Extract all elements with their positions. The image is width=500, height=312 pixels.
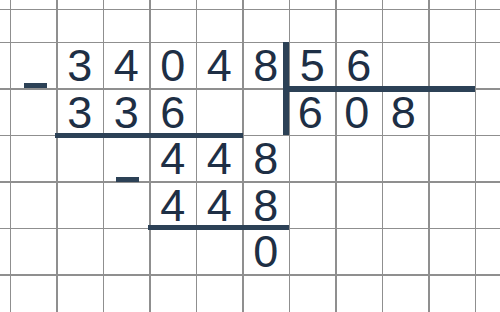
product2-digit-2: 4: [196, 182, 243, 229]
minus-sign-second-subtraction: [116, 177, 139, 182]
difference1-digit-1: 4: [150, 135, 197, 182]
dividend-digit-1: 3: [57, 42, 104, 89]
remainder-digit: 0: [243, 228, 290, 275]
difference1-digit-3: 8: [243, 135, 290, 182]
dividend-digit-2: 4: [103, 42, 150, 89]
subtraction-rule-under-336: [55, 133, 244, 139]
quotient-digit-3: 8: [380, 89, 427, 136]
quotient-digit-1: 6: [287, 89, 334, 136]
subtraction-rule-under-448: [148, 225, 289, 231]
minus-sign-first-subtraction: [24, 83, 47, 88]
divisor-digit-2: 6: [336, 42, 383, 89]
product2-digit-1: 4: [150, 182, 197, 229]
divisor-digit-1: 5: [289, 42, 336, 89]
product1-digit-3: 6: [150, 89, 197, 136]
product2-digit-3: 8: [243, 182, 290, 229]
squared-paper-worksheet: 3 4 0 4 8 5 6 3 3 6 6 0 8 4 4 8 4 4 8 0: [0, 0, 500, 312]
dividend-digit-4: 4: [196, 42, 243, 89]
dividend-digit-3: 0: [150, 42, 197, 89]
division-bracket-horizontal-bar: [283, 86, 475, 92]
difference1-digit-2: 4: [196, 135, 243, 182]
product1-digit-2: 3: [103, 89, 150, 136]
product1-digit-1: 3: [57, 89, 104, 136]
quotient-digit-2: 0: [334, 89, 381, 136]
